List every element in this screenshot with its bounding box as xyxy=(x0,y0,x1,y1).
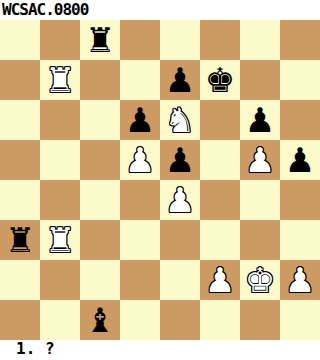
square-e6[interactable]: ♞ xyxy=(160,100,200,140)
square-b1[interactable] xyxy=(40,300,80,340)
white-pawn: ♟ xyxy=(245,140,275,180)
square-b2[interactable] xyxy=(40,260,80,300)
square-b5[interactable] xyxy=(40,140,80,180)
square-g4[interactable] xyxy=(240,180,280,220)
square-d3[interactable] xyxy=(120,220,160,260)
square-e4[interactable]: ♟ xyxy=(160,180,200,220)
square-c6[interactable] xyxy=(80,100,120,140)
white-king: ♚ xyxy=(245,260,275,300)
white-pawn: ♟ xyxy=(205,260,235,300)
square-h2[interactable]: ♟ xyxy=(280,260,320,300)
square-a6[interactable] xyxy=(0,100,40,140)
square-b3[interactable]: ♜ xyxy=(40,220,80,260)
square-d4[interactable] xyxy=(120,180,160,220)
white-rook: ♜ xyxy=(45,60,75,100)
square-g2[interactable]: ♚ xyxy=(240,260,280,300)
square-d5[interactable]: ♟ xyxy=(120,140,160,180)
square-g6[interactable]: ♟ xyxy=(240,100,280,140)
white-pawn: ♟ xyxy=(285,260,315,300)
square-h1[interactable] xyxy=(280,300,320,340)
square-c2[interactable] xyxy=(80,260,120,300)
square-c8[interactable]: ♜ xyxy=(80,20,120,60)
white-rook: ♜ xyxy=(45,220,75,260)
square-g1[interactable] xyxy=(240,300,280,340)
black-rook: ♜ xyxy=(85,20,115,60)
white-pawn: ♟ xyxy=(165,180,195,220)
black-king: ♚ xyxy=(205,60,235,100)
black-pawn: ♟ xyxy=(125,100,155,140)
square-h3[interactable] xyxy=(280,220,320,260)
square-h8[interactable] xyxy=(280,20,320,60)
square-e2[interactable] xyxy=(160,260,200,300)
black-pawn: ♟ xyxy=(245,100,275,140)
square-h6[interactable] xyxy=(280,100,320,140)
square-e8[interactable] xyxy=(160,20,200,60)
square-h4[interactable] xyxy=(280,180,320,220)
square-f5[interactable] xyxy=(200,140,240,180)
square-b6[interactable] xyxy=(40,100,80,140)
square-a1[interactable] xyxy=(0,300,40,340)
square-a7[interactable] xyxy=(0,60,40,100)
square-b4[interactable] xyxy=(40,180,80,220)
black-rook: ♜ xyxy=(5,220,35,260)
square-d2[interactable] xyxy=(120,260,160,300)
square-d7[interactable] xyxy=(120,60,160,100)
black-pawn: ♟ xyxy=(165,140,195,180)
square-b7[interactable]: ♜ xyxy=(40,60,80,100)
square-e3[interactable] xyxy=(160,220,200,260)
square-h7[interactable] xyxy=(280,60,320,100)
square-f2[interactable]: ♟ xyxy=(200,260,240,300)
square-c5[interactable] xyxy=(80,140,120,180)
square-c7[interactable] xyxy=(80,60,120,100)
square-g7[interactable] xyxy=(240,60,280,100)
square-d8[interactable] xyxy=(120,20,160,60)
white-knight: ♞ xyxy=(165,100,195,140)
square-f1[interactable] xyxy=(200,300,240,340)
square-f3[interactable] xyxy=(200,220,240,260)
white-pawn: ♟ xyxy=(125,140,155,180)
square-b8[interactable] xyxy=(40,20,80,60)
square-g5[interactable]: ♟ xyxy=(240,140,280,180)
square-a8[interactable] xyxy=(0,20,40,60)
square-f6[interactable] xyxy=(200,100,240,140)
square-f8[interactable] xyxy=(200,20,240,60)
square-a3[interactable]: ♜ xyxy=(0,220,40,260)
black-bishop: ♝ xyxy=(85,300,115,340)
square-c4[interactable] xyxy=(80,180,120,220)
black-pawn: ♟ xyxy=(285,140,315,180)
square-c1[interactable]: ♝ xyxy=(80,300,120,340)
square-d6[interactable]: ♟ xyxy=(120,100,160,140)
square-a4[interactable] xyxy=(0,180,40,220)
chess-board: ♜♜♟♚♟♞♟♟♟♟♟♟♜♜♟♚♟♝ xyxy=(0,20,320,340)
square-d1[interactable] xyxy=(120,300,160,340)
square-f4[interactable] xyxy=(200,180,240,220)
square-e7[interactable]: ♟ xyxy=(160,60,200,100)
square-c3[interactable] xyxy=(80,220,120,260)
move-prompt: 1. ? xyxy=(0,340,320,360)
square-g3[interactable] xyxy=(240,220,280,260)
square-g8[interactable] xyxy=(240,20,280,60)
square-h5[interactable]: ♟ xyxy=(280,140,320,180)
square-f7[interactable]: ♚ xyxy=(200,60,240,100)
black-pawn: ♟ xyxy=(165,60,195,100)
square-e1[interactable] xyxy=(160,300,200,340)
square-e5[interactable]: ♟ xyxy=(160,140,200,180)
square-a2[interactable] xyxy=(0,260,40,300)
window-title: WCSAC.0800 xyxy=(0,0,320,20)
square-a5[interactable] xyxy=(0,140,40,180)
